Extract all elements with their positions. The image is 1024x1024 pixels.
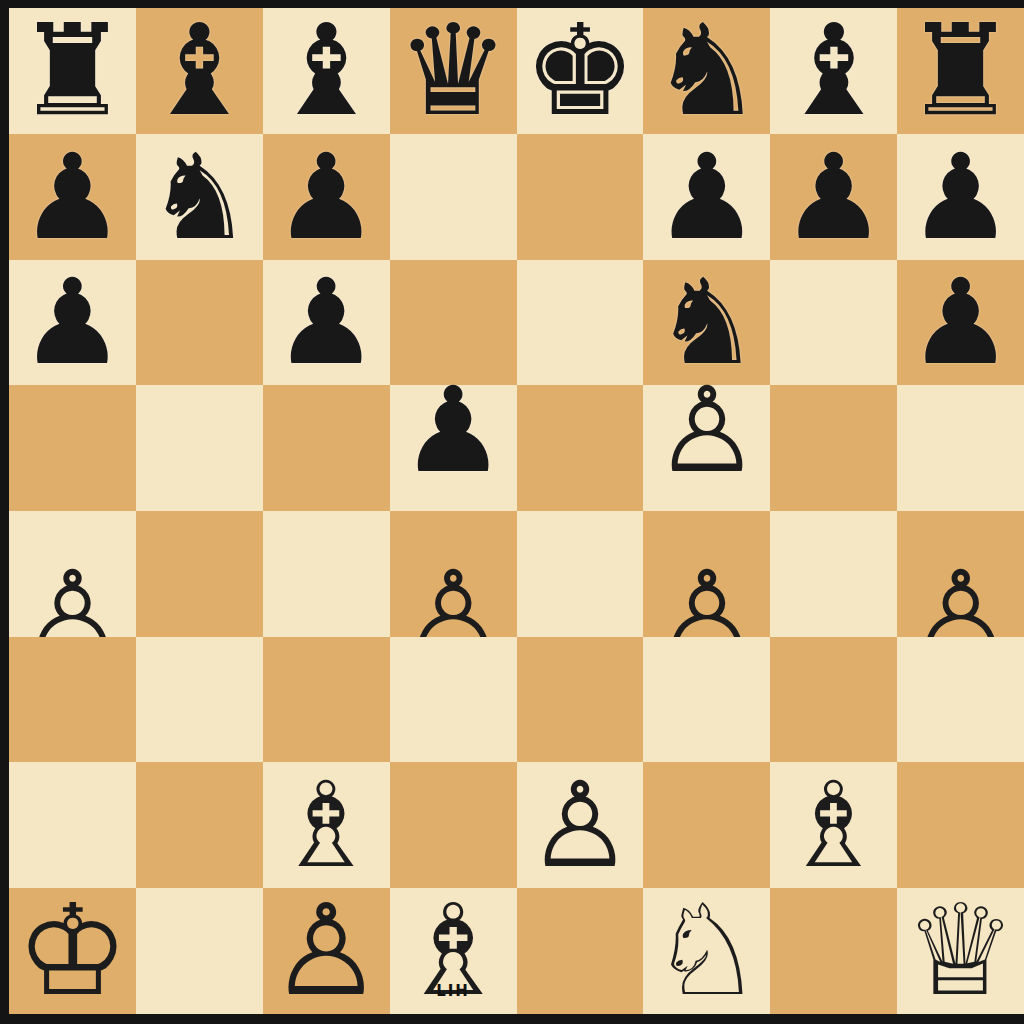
square-b5[interactable]: [136, 385, 263, 511]
black-pawn: ♟: [654, 138, 760, 256]
square-g8[interactable]: ♝: [770, 8, 897, 134]
square-b7[interactable]: ♞: [136, 134, 263, 260]
black-pawn: ♟: [781, 138, 887, 256]
piece-base-label: LIH: [436, 982, 470, 1000]
white-king: ♔: [16, 888, 129, 1014]
black-pawn: ♟: [20, 138, 126, 256]
square-d3[interactable]: [390, 637, 517, 763]
square-g4[interactable]: [770, 511, 897, 637]
square-d5[interactable]: ♟: [390, 385, 517, 511]
square-f6[interactable]: ♞: [643, 260, 770, 386]
square-e8[interactable]: ♚: [517, 8, 644, 134]
black-pawn: ♟: [273, 263, 379, 381]
square-h2[interactable]: [897, 762, 1024, 888]
black-bishop: ♝: [143, 8, 256, 134]
black-pawn: ♟: [20, 263, 126, 381]
square-e7[interactable]: [517, 134, 644, 260]
square-b3[interactable]: [136, 637, 263, 763]
black-pawn: ♟: [908, 138, 1014, 256]
black-rook: ♜: [904, 8, 1017, 134]
black-knight: ♞: [146, 138, 252, 256]
black-knight: ♞: [654, 263, 760, 381]
square-e2[interactable]: ♙: [517, 762, 644, 888]
square-d8[interactable]: ♛: [390, 8, 517, 134]
black-pawn: ♟: [273, 138, 379, 256]
white-bishop: ♗: [397, 888, 510, 1014]
square-e1[interactable]: [517, 888, 644, 1014]
square-f8[interactable]: ♞: [643, 8, 770, 134]
square-h6[interactable]: ♟: [897, 260, 1024, 386]
square-c6[interactable]: ♟: [263, 260, 390, 386]
square-c3[interactable]: [263, 637, 390, 763]
square-h3[interactable]: [897, 637, 1024, 763]
square-g1[interactable]: [770, 888, 897, 1014]
square-e3[interactable]: [517, 637, 644, 763]
square-d2[interactable]: [390, 762, 517, 888]
chess-board: ♜♝♝♛♚♞♝♜♟♞♟♟♟♟♟♟♞♟♟♙♙♙♙♙♗♙♗♔♙♗LIH♘♕: [0, 0, 1024, 1024]
square-g7[interactable]: ♟: [770, 134, 897, 260]
black-queen: ♛: [397, 8, 510, 134]
white-pawn: ♙: [654, 371, 760, 489]
square-f3[interactable]: [643, 637, 770, 763]
square-d6[interactable]: [390, 260, 517, 386]
white-queen: ♕: [904, 888, 1017, 1014]
white-bishop: ♗: [781, 766, 887, 884]
black-bishop: ♝: [270, 8, 383, 134]
black-pawn: ♟: [908, 263, 1014, 381]
square-h7[interactable]: ♟: [897, 134, 1024, 260]
square-a5[interactable]: [9, 385, 136, 511]
square-d4[interactable]: ♙: [390, 511, 517, 637]
square-h8[interactable]: ♜: [897, 8, 1024, 134]
square-f5[interactable]: ♙: [643, 385, 770, 511]
square-d1[interactable]: ♗LIH: [390, 888, 517, 1014]
square-e5[interactable]: [517, 385, 644, 511]
square-f2[interactable]: [643, 762, 770, 888]
square-e6[interactable]: [517, 260, 644, 386]
square-f4[interactable]: ♙: [643, 511, 770, 637]
square-a1[interactable]: ♔: [9, 888, 136, 1014]
square-a3[interactable]: [9, 637, 136, 763]
square-g6[interactable]: [770, 260, 897, 386]
white-pawn: ♙: [270, 888, 383, 1014]
square-h4[interactable]: ♙: [897, 511, 1024, 637]
square-d7[interactable]: [390, 134, 517, 260]
square-b6[interactable]: [136, 260, 263, 386]
black-rook: ♜: [16, 8, 129, 134]
square-c5[interactable]: [263, 385, 390, 511]
square-a8[interactable]: ♜: [9, 8, 136, 134]
white-bishop: ♗: [273, 766, 379, 884]
square-f1[interactable]: ♘: [643, 888, 770, 1014]
square-a4[interactable]: ♙: [9, 511, 136, 637]
black-bishop: ♝: [777, 8, 890, 134]
square-b2[interactable]: [136, 762, 263, 888]
square-c7[interactable]: ♟: [263, 134, 390, 260]
square-a7[interactable]: ♟: [9, 134, 136, 260]
square-b4[interactable]: [136, 511, 263, 637]
square-h5[interactable]: [897, 385, 1024, 511]
square-c1[interactable]: ♙: [263, 888, 390, 1014]
square-c8[interactable]: ♝: [263, 8, 390, 134]
white-pawn: ♙: [527, 766, 633, 884]
white-knight: ♘: [650, 888, 763, 1014]
square-h1[interactable]: ♕: [897, 888, 1024, 1014]
square-g5[interactable]: [770, 385, 897, 511]
square-f7[interactable]: ♟: [643, 134, 770, 260]
black-pawn: ♟: [400, 371, 506, 489]
square-a6[interactable]: ♟: [9, 260, 136, 386]
square-b1[interactable]: [136, 888, 263, 1014]
square-b8[interactable]: ♝: [136, 8, 263, 134]
square-c4[interactable]: [263, 511, 390, 637]
black-king: ♚: [523, 8, 636, 134]
square-e4[interactable]: [517, 511, 644, 637]
square-c2[interactable]: ♗: [263, 762, 390, 888]
square-g2[interactable]: ♗: [770, 762, 897, 888]
square-g3[interactable]: [770, 637, 897, 763]
black-knight: ♞: [650, 8, 763, 134]
square-a2[interactable]: [9, 762, 136, 888]
